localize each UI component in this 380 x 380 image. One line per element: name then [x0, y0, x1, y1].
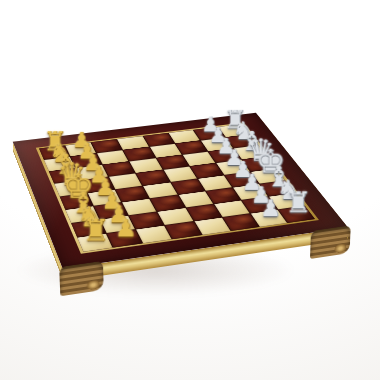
board-square: ♞	[44, 157, 75, 172]
board-square	[137, 170, 170, 185]
gold-rook-piece: ♜	[42, 128, 68, 154]
board-grid: ♜♟♟♜♞♟♟♞♝♟♟♝♛♟♟♛♚♟♟♚♝♟♟♝♞♟♟♞♜♟♟♜	[39, 124, 315, 252]
silver-pawn-piece: ♟	[198, 115, 223, 136]
board-square: ♟	[224, 172, 258, 187]
board-field: ♜♟♟♜♞♟♟♞♝♟♟♝♛♟♟♛♚♟♟♚♝♟♟♝♞♟♟♞♜♟♟♜	[36, 123, 319, 254]
board-square	[122, 199, 156, 215]
board-square: ♚	[251, 168, 285, 183]
board-foot-right	[310, 225, 351, 259]
board-foot-left	[59, 261, 104, 297]
board-square	[143, 182, 177, 198]
silver-rook-piece: ♜	[223, 107, 248, 132]
board-square: ♛	[54, 181, 86, 197]
board-square	[165, 222, 201, 240]
gold-pawn-piece: ♟	[69, 130, 95, 151]
board-square: ♜	[77, 234, 112, 252]
silver-bishop-piece: ♝	[265, 163, 292, 190]
chess-board: ♜♟♟♜♞♟♟♞♝♟♟♝♛♟♟♛♚♟♟♚♝♟♟♝♞♟♟♞♜♟♟♜	[13, 113, 348, 269]
scene: ♜♟♟♜♞♟♟♞♝♟♟♝♛♟♟♛♚♟♟♚♝♟♟♝♞♟♟♞♜♟♟♜	[0, 0, 380, 380]
photo-canvas: ♜♟♟♜♞♟♟♞♝♟♟♝♛♟♟♛♚♟♟♚♝♟♟♝♞♟♟♞♜♟♟♜	[0, 0, 380, 380]
